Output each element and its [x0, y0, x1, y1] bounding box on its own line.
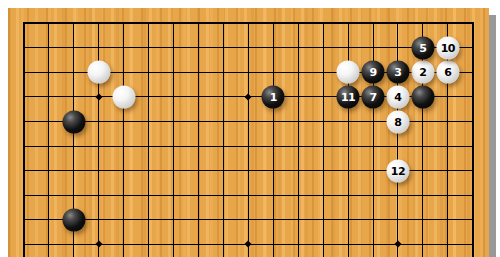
- stone-black-move-3: 3: [386, 61, 409, 84]
- stone-white-move-10: 10: [436, 36, 459, 59]
- grid-vertical-line: [273, 22, 274, 257]
- star-point: [245, 241, 252, 248]
- stone-black-move-11: 11: [337, 85, 360, 108]
- move-number-label: 11: [341, 91, 355, 102]
- grid-vertical-line: [323, 22, 324, 257]
- grid-vertical-line: [298, 22, 299, 257]
- move-number-label: 4: [394, 91, 401, 102]
- stone-white: [112, 85, 135, 108]
- star-point: [245, 93, 252, 100]
- star-point: [95, 241, 102, 248]
- grid-vertical-line: [198, 22, 199, 257]
- stone-white: [337, 61, 360, 84]
- grid-horizontal-line: [23, 47, 474, 48]
- go-board-surface[interactable]: 123456789101112: [8, 8, 489, 257]
- move-number-label: 10: [441, 42, 455, 53]
- stone-black-move-9: 9: [362, 61, 385, 84]
- stone-black: [411, 85, 434, 108]
- move-number-label: 12: [391, 165, 405, 176]
- grid-vertical-line: [472, 22, 474, 257]
- grid-vertical-line: [148, 22, 149, 257]
- move-number-label: 9: [369, 67, 376, 78]
- star-point: [394, 241, 401, 248]
- grid-horizontal-line: [23, 146, 474, 147]
- board-drop-shadow: [489, 15, 496, 257]
- stone-white-move-8: 8: [386, 110, 409, 133]
- move-number-label: 8: [394, 116, 401, 127]
- stone-black-move-7: 7: [362, 85, 385, 108]
- grid-vertical-line: [123, 22, 124, 257]
- stone-white-move-4: 4: [386, 85, 409, 108]
- stone-black: [62, 110, 85, 133]
- stone-black-move-1: 1: [262, 85, 285, 108]
- move-number-label: 5: [419, 42, 426, 53]
- grid-vertical-line: [348, 22, 349, 257]
- grid-vertical-line: [397, 22, 398, 257]
- grid-vertical-line: [23, 22, 25, 257]
- star-point: [95, 93, 102, 100]
- stone-black-move-5: 5: [411, 36, 434, 59]
- move-number-label: 6: [444, 67, 451, 78]
- grid-horizontal-line: [23, 22, 474, 24]
- stone-black: [62, 208, 85, 231]
- grid-vertical-line: [48, 22, 49, 257]
- stone-white: [87, 61, 110, 84]
- grid-vertical-line: [373, 22, 374, 257]
- move-number-label: 3: [394, 67, 401, 78]
- stone-white-move-6: 6: [436, 61, 459, 84]
- go-diagram: 123456789101112: [0, 0, 500, 257]
- grid-vertical-line: [98, 22, 99, 257]
- grid-vertical-line: [173, 22, 174, 257]
- grid-vertical-line: [223, 22, 224, 257]
- grid-vertical-line: [248, 22, 249, 257]
- grid-horizontal-line: [23, 195, 474, 196]
- grid-horizontal-line: [23, 219, 474, 220]
- move-number-label: 2: [419, 67, 426, 78]
- move-number-label: 1: [270, 91, 277, 102]
- stone-white-move-12: 12: [386, 159, 409, 182]
- stone-white-move-2: 2: [411, 61, 434, 84]
- move-number-label: 7: [369, 91, 376, 102]
